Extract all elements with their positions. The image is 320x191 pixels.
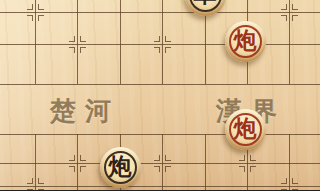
point-marker (69, 155, 86, 172)
point-marker-corner (154, 155, 160, 161)
point-marker-corner (38, 15, 44, 21)
piece-character: 炮 (100, 146, 141, 187)
point-marker (281, 4, 298, 21)
red-cannon-upper[interactable]: 炮 (225, 21, 266, 62)
point-marker-corner (165, 155, 171, 161)
point-marker (27, 178, 44, 191)
point-marker-corner (80, 36, 86, 42)
point-marker-corner (281, 4, 287, 10)
point-marker-corner (154, 36, 160, 42)
board-file-line (205, 134, 206, 190)
point-marker-corner (250, 155, 256, 161)
point-marker (154, 36, 171, 53)
board-rank-line (0, 134, 320, 135)
point-marker-corner (27, 178, 33, 184)
point-marker-corner (165, 36, 171, 42)
xiangqi-board: 楚河 漢界 車炮炮炮 (0, 0, 320, 190)
point-marker (69, 36, 86, 53)
point-marker-corner (281, 178, 287, 184)
point-marker (27, 4, 44, 21)
point-marker-corner (69, 36, 75, 42)
point-marker (281, 178, 298, 191)
point-marker-corner (292, 15, 298, 21)
piece-character: 炮 (225, 108, 266, 149)
point-marker-corner (69, 47, 75, 53)
point-marker-corner (239, 155, 245, 161)
point-marker-corner (69, 166, 75, 172)
piece-character: 車 (185, 0, 226, 15)
point-marker-corner (27, 4, 33, 10)
black-cannon[interactable]: 炮 (100, 147, 141, 188)
red-cannon-river[interactable]: 炮 (225, 109, 266, 150)
point-marker-corner (165, 47, 171, 53)
point-marker-corner (281, 189, 287, 191)
point-marker-corner (292, 4, 298, 10)
point-marker-corner (69, 155, 75, 161)
point-marker-corner (154, 166, 160, 172)
point-marker-corner (165, 166, 171, 172)
point-marker-corner (38, 4, 44, 10)
point-marker-corner (154, 47, 160, 53)
point-marker (239, 155, 256, 172)
point-marker-corner (292, 189, 298, 191)
black-chariot[interactable]: 車 (185, 0, 226, 16)
point-marker-corner (239, 166, 245, 172)
point-marker-corner (80, 166, 86, 172)
point-marker-corner (27, 15, 33, 21)
point-marker-corner (281, 15, 287, 21)
point-marker-corner (250, 166, 256, 172)
point-marker-corner (27, 189, 33, 191)
point-marker-corner (38, 189, 44, 191)
point-marker-corner (292, 178, 298, 184)
river-label-chu-he: 楚河 (50, 99, 120, 125)
point-marker-corner (38, 178, 44, 184)
piece-character: 炮 (225, 20, 266, 61)
point-marker-corner (80, 47, 86, 53)
point-marker (154, 155, 171, 172)
board-rank-line (0, 84, 320, 85)
board-rank-line (0, 186, 320, 187)
board-file-line (120, 0, 121, 84)
board-rank-line (0, 12, 320, 13)
point-marker-corner (80, 155, 86, 161)
